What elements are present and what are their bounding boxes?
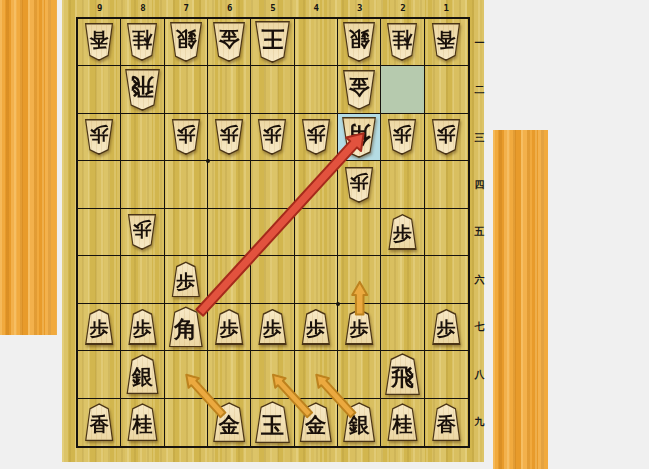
- piece-black-bishop-77[interactable]: 角: [168, 306, 204, 347]
- piece-white-pawn-63[interactable]: 歩: [214, 119, 244, 155]
- file-label-6: 6: [208, 1, 251, 15]
- piece-kanji: 歩: [220, 319, 239, 338]
- file-labels: 987654321: [78, 1, 468, 15]
- square-24[interactable]: [381, 161, 424, 208]
- piece-kanji: 歩: [306, 319, 325, 338]
- file-label-4: 4: [295, 1, 338, 15]
- piece-kanji: 銀: [175, 30, 196, 51]
- piece-black-pawn-67[interactable]: 歩: [214, 309, 244, 345]
- piece-kanji: 歩: [306, 126, 325, 145]
- square-31[interactable]: 銀: [338, 19, 381, 66]
- piece-kanji: 香: [437, 31, 456, 50]
- piece-kanji: 角: [348, 124, 371, 147]
- piece-kanji: 金: [219, 30, 240, 51]
- file-label-9: 9: [78, 1, 121, 15]
- shogi-grid[interactable]: 香桂銀金王銀桂香飛金歩歩歩歩歩角歩歩歩歩歩歩歩歩角歩歩歩歩歩銀飛香桂金玉金銀桂香: [76, 17, 470, 448]
- square-82[interactable]: 飛: [121, 66, 164, 113]
- file-label-1: 1: [425, 1, 468, 15]
- piece-kanji: 歩: [393, 126, 412, 145]
- piece-black-pawn-37[interactable]: 歩: [344, 309, 374, 345]
- square-47[interactable]: 歩: [295, 304, 338, 351]
- square-97[interactable]: 歩: [78, 304, 121, 351]
- piece-kanji: 香: [90, 31, 109, 50]
- square-71[interactable]: 銀: [165, 19, 208, 66]
- piece-white-gold-32[interactable]: 金: [342, 70, 376, 110]
- square-86[interactable]: [121, 256, 164, 303]
- piece-black-silver-88[interactable]: 銀: [125, 354, 159, 394]
- piece-kanji: 桂: [392, 414, 412, 434]
- piece-kanji: 歩: [90, 126, 109, 145]
- rank-label-3: 三: [472, 114, 487, 161]
- square-54[interactable]: [251, 161, 294, 208]
- square-91[interactable]: 香: [78, 19, 121, 66]
- piece-kanji: 歩: [437, 319, 456, 338]
- piece-kanji: 桂: [392, 30, 412, 50]
- square-66[interactable]: [208, 256, 251, 303]
- square-55[interactable]: [251, 209, 294, 256]
- rank-label-6: 六: [472, 256, 487, 303]
- square-74[interactable]: [165, 161, 208, 208]
- square-62[interactable]: [208, 66, 251, 113]
- piece-black-pawn-57[interactable]: 歩: [257, 309, 287, 345]
- square-45[interactable]: [295, 209, 338, 256]
- square-83[interactable]: [121, 114, 164, 161]
- square-41[interactable]: [295, 19, 338, 66]
- square-23[interactable]: 歩: [381, 114, 424, 161]
- piece-kanji: 歩: [133, 319, 152, 338]
- square-79[interactable]: [165, 399, 208, 446]
- file-label-8: 8: [121, 1, 164, 15]
- square-49[interactable]: 金: [295, 399, 338, 446]
- piece-black-pawn-17[interactable]: 歩: [431, 309, 461, 345]
- piece-white-gold-61[interactable]: 金: [212, 22, 246, 62]
- rank-label-2: 二: [472, 66, 487, 113]
- piece-black-rook-28[interactable]: 飛: [384, 353, 421, 395]
- square-21[interactable]: 桂: [381, 19, 424, 66]
- piece-black-pawn-76[interactable]: 歩: [171, 261, 201, 297]
- file-label-3: 3: [338, 1, 381, 15]
- square-36[interactable]: [338, 256, 381, 303]
- square-29[interactable]: 桂: [381, 399, 424, 446]
- piece-black-king-59[interactable]: 玉: [254, 401, 291, 443]
- piece-kanji: 銀: [349, 414, 370, 435]
- square-14[interactable]: [425, 161, 468, 208]
- piece-black-silver-39[interactable]: 銀: [342, 402, 376, 442]
- square-67[interactable]: 歩: [208, 304, 251, 351]
- piece-kanji: 角: [174, 317, 197, 340]
- square-89[interactable]: 桂: [121, 399, 164, 446]
- square-63[interactable]: 歩: [208, 114, 251, 161]
- piece-kanji: 歩: [90, 319, 109, 338]
- piece-white-pawn-43[interactable]: 歩: [301, 119, 331, 155]
- square-93[interactable]: 歩: [78, 114, 121, 161]
- piece-white-knight-81[interactable]: 桂: [126, 23, 158, 61]
- piece-black-pawn-25[interactable]: 歩: [387, 214, 417, 250]
- square-46[interactable]: [295, 256, 338, 303]
- piece-kanji: 歩: [176, 126, 195, 145]
- piece-kanji: 歩: [220, 126, 239, 145]
- piece-kanji: 歩: [263, 126, 282, 145]
- rank-label-9: 九: [472, 399, 487, 446]
- piece-black-gold-69[interactable]: 金: [212, 402, 246, 442]
- file-label-5: 5: [251, 1, 294, 15]
- right-wood-panel: [493, 130, 548, 469]
- piece-kanji: 銀: [349, 30, 370, 51]
- file-label-2: 2: [381, 1, 424, 15]
- square-92[interactable]: [78, 66, 121, 113]
- page: 987654321 一二三四五六七八九 香桂銀金王銀桂香飛金歩歩歩歩歩角歩歩歩歩…: [0, 0, 649, 469]
- piece-kanji: 飛: [391, 365, 414, 388]
- rank-label-4: 四: [472, 161, 487, 208]
- piece-kanji: 王: [261, 29, 284, 52]
- rank-label-5: 五: [472, 209, 487, 256]
- star-point: [206, 302, 210, 306]
- piece-kanji: 歩: [263, 319, 282, 338]
- piece-white-pawn-13[interactable]: 歩: [431, 119, 461, 155]
- piece-kanji: 香: [437, 415, 456, 434]
- square-51[interactable]: 王: [251, 19, 294, 66]
- square-25[interactable]: 歩: [381, 209, 424, 256]
- square-18[interactable]: [425, 351, 468, 398]
- piece-white-pawn-34[interactable]: 歩: [344, 167, 374, 203]
- piece-white-pawn-73[interactable]: 歩: [171, 119, 201, 155]
- square-43[interactable]: 歩: [295, 114, 338, 161]
- piece-black-knight-29[interactable]: 桂: [386, 403, 418, 441]
- rank-labels: 一二三四五六七八九: [472, 19, 487, 446]
- piece-kanji: 桂: [132, 414, 152, 434]
- square-58[interactable]: [251, 351, 294, 398]
- piece-kanji: 金: [305, 414, 326, 435]
- square-59[interactable]: 玉: [251, 399, 294, 446]
- shogi-board-panel: 987654321 一二三四五六七八九 香桂銀金王銀桂香飛金歩歩歩歩歩角歩歩歩歩…: [62, 0, 484, 462]
- piece-white-king-51[interactable]: 王: [254, 21, 291, 63]
- piece-black-lance-99[interactable]: 香: [84, 403, 114, 441]
- square-33[interactable]: 角: [338, 114, 381, 161]
- square-38[interactable]: [338, 351, 381, 398]
- piece-white-bishop-33[interactable]: 角: [341, 117, 377, 158]
- left-wood-panel: [0, 0, 57, 335]
- square-75[interactable]: [165, 209, 208, 256]
- piece-kanji: 玉: [261, 413, 284, 436]
- square-56[interactable]: [251, 256, 294, 303]
- square-35[interactable]: [338, 209, 381, 256]
- square-77[interactable]: 角: [165, 304, 208, 351]
- square-15[interactable]: [425, 209, 468, 256]
- piece-kanji: 歩: [133, 220, 152, 239]
- piece-white-pawn-53[interactable]: 歩: [257, 119, 287, 155]
- square-22[interactable]: [381, 66, 424, 113]
- square-39[interactable]: 銀: [338, 399, 381, 446]
- piece-white-knight-21[interactable]: 桂: [386, 23, 418, 61]
- rank-label-1: 一: [472, 19, 487, 66]
- square-68[interactable]: [208, 351, 251, 398]
- piece-black-pawn-97[interactable]: 歩: [84, 309, 114, 345]
- piece-white-lance-91[interactable]: 香: [84, 23, 114, 61]
- square-37[interactable]: 歩: [338, 304, 381, 351]
- piece-white-pawn-23[interactable]: 歩: [387, 119, 417, 155]
- piece-white-pawn-85[interactable]: 歩: [127, 214, 157, 250]
- square-87[interactable]: 歩: [121, 304, 164, 351]
- square-11[interactable]: 香: [425, 19, 468, 66]
- square-19[interactable]: 香: [425, 399, 468, 446]
- rank-label-7: 七: [472, 304, 487, 351]
- piece-white-silver-71[interactable]: 銀: [169, 22, 203, 62]
- square-52[interactable]: [251, 66, 294, 113]
- square-95[interactable]: [78, 209, 121, 256]
- square-72[interactable]: [165, 66, 208, 113]
- square-28[interactable]: 飛: [381, 351, 424, 398]
- piece-white-lance-11[interactable]: 香: [431, 23, 461, 61]
- piece-white-silver-31[interactable]: 銀: [342, 22, 376, 62]
- square-53[interactable]: 歩: [251, 114, 294, 161]
- square-44[interactable]: [295, 161, 338, 208]
- square-26[interactable]: [381, 256, 424, 303]
- square-16[interactable]: [425, 256, 468, 303]
- piece-kanji: 銀: [132, 366, 153, 387]
- square-81[interactable]: 桂: [121, 19, 164, 66]
- square-48[interactable]: [295, 351, 338, 398]
- square-73[interactable]: 歩: [165, 114, 208, 161]
- piece-black-pawn-87[interactable]: 歩: [127, 309, 157, 345]
- piece-white-rook-82[interactable]: 飛: [124, 69, 161, 111]
- piece-kanji: 歩: [350, 319, 369, 338]
- square-32[interactable]: 金: [338, 66, 381, 113]
- square-85[interactable]: 歩: [121, 209, 164, 256]
- square-69[interactable]: 金: [208, 399, 251, 446]
- square-98[interactable]: [78, 351, 121, 398]
- square-78[interactable]: [165, 351, 208, 398]
- piece-kanji: 歩: [393, 224, 412, 243]
- piece-kanji: 桂: [132, 30, 152, 50]
- piece-black-pawn-47[interactable]: 歩: [301, 309, 331, 345]
- piece-kanji: 飛: [131, 76, 154, 99]
- piece-white-pawn-93[interactable]: 歩: [84, 119, 114, 155]
- square-12[interactable]: [425, 66, 468, 113]
- piece-kanji: 金: [219, 414, 240, 435]
- piece-kanji: 金: [349, 77, 370, 98]
- square-27[interactable]: [381, 304, 424, 351]
- file-label-7: 7: [165, 1, 208, 15]
- square-64[interactable]: [208, 161, 251, 208]
- square-84[interactable]: [121, 161, 164, 208]
- square-94[interactable]: [78, 161, 121, 208]
- square-96[interactable]: [78, 256, 121, 303]
- square-88[interactable]: 銀: [121, 351, 164, 398]
- square-57[interactable]: 歩: [251, 304, 294, 351]
- piece-kanji: 歩: [176, 272, 195, 291]
- square-65[interactable]: [208, 209, 251, 256]
- star-point: [336, 302, 340, 306]
- square-61[interactable]: 金: [208, 19, 251, 66]
- square-17[interactable]: 歩: [425, 304, 468, 351]
- square-34[interactable]: 歩: [338, 161, 381, 208]
- square-42[interactable]: [295, 66, 338, 113]
- square-76[interactable]: 歩: [165, 256, 208, 303]
- piece-black-gold-49[interactable]: 金: [299, 402, 333, 442]
- square-99[interactable]: 香: [78, 399, 121, 446]
- rank-label-8: 八: [472, 351, 487, 398]
- piece-black-knight-89[interactable]: 桂: [126, 403, 158, 441]
- piece-kanji: 歩: [437, 126, 456, 145]
- piece-kanji: 歩: [350, 173, 369, 192]
- piece-kanji: 香: [90, 415, 109, 434]
- piece-black-lance-19[interactable]: 香: [431, 403, 461, 441]
- square-13[interactable]: 歩: [425, 114, 468, 161]
